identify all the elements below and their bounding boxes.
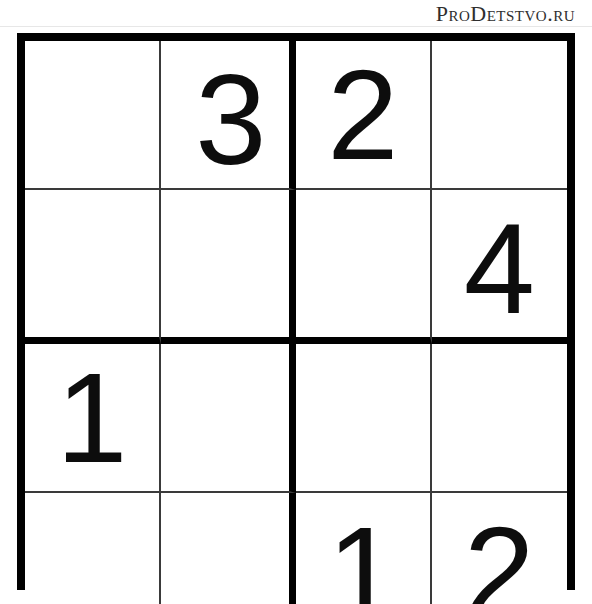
- cell-r1c4[interactable]: [432, 41, 568, 190]
- cell-r1c1[interactable]: [25, 41, 161, 190]
- cell-r3c4[interactable]: [432, 344, 568, 493]
- cell-r2c3[interactable]: [296, 190, 432, 344]
- cell-r4c1[interactable]: [25, 493, 161, 604]
- watermark: ProDetstvo.ru: [436, 1, 575, 27]
- watermark-underline: [0, 26, 592, 27]
- sudoku-grid: 3 2 4 1 1 2: [25, 41, 567, 582]
- page: ProDetstvo.ru 3 2 4 1 1 2: [0, 0, 592, 604]
- cell-r3c2[interactable]: [161, 344, 297, 493]
- cell-r2c1[interactable]: [25, 190, 161, 344]
- cell-r4c4[interactable]: 2: [432, 493, 568, 604]
- cell-r4c3[interactable]: 1: [296, 493, 432, 604]
- cell-r2c4[interactable]: 4: [432, 190, 568, 344]
- sudoku-board: 3 2 4 1 1 2: [17, 33, 575, 590]
- cell-r2c2[interactable]: [161, 190, 297, 344]
- cell-r3c1[interactable]: 1: [25, 344, 161, 493]
- cell-r4c2[interactable]: [161, 493, 297, 604]
- cell-r3c3[interactable]: [296, 344, 432, 493]
- cell-r1c2[interactable]: 3: [161, 41, 297, 190]
- cell-r1c3[interactable]: 2: [296, 41, 432, 190]
